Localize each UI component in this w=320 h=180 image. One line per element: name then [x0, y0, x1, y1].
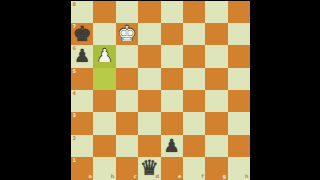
- square-h3[interactable]: [228, 112, 250, 134]
- square-b3[interactable]: [93, 112, 115, 134]
- square-f8[interactable]: [183, 1, 205, 23]
- square-g6[interactable]: [205, 45, 227, 67]
- square-f4[interactable]: [183, 90, 205, 112]
- file-label-b: b: [111, 174, 115, 179]
- square-d4[interactable]: [138, 90, 160, 112]
- file-label-c: c: [134, 174, 137, 179]
- square-f3[interactable]: [183, 112, 205, 134]
- square-e3[interactable]: [161, 112, 183, 134]
- file-label-a: a: [89, 174, 92, 179]
- square-b6[interactable]: ♟: [93, 45, 115, 67]
- rank-label-4: 4: [73, 91, 76, 96]
- square-b2[interactable]: [93, 135, 115, 157]
- rank-label-2: 2: [73, 136, 76, 141]
- square-g4[interactable]: [205, 90, 227, 112]
- square-h4[interactable]: [228, 90, 250, 112]
- square-f7[interactable]: [183, 23, 205, 45]
- square-g3[interactable]: [205, 112, 227, 134]
- square-a8[interactable]: 8: [71, 1, 93, 23]
- square-b8[interactable]: [93, 1, 115, 23]
- square-c2[interactable]: [116, 135, 138, 157]
- black-pawn-e2[interactable]: ♟: [164, 136, 180, 154]
- rank-label-5: 5: [73, 69, 76, 74]
- white-pawn-b6[interactable]: ♟: [96, 47, 112, 65]
- square-h1[interactable]: h: [228, 157, 250, 179]
- square-b4[interactable]: [93, 90, 115, 112]
- square-c1[interactable]: c: [116, 157, 138, 179]
- square-a4[interactable]: 4: [71, 90, 93, 112]
- chess-board: 87♚♚6♟♟5432♟1abcd♛efgh: [71, 1, 250, 180]
- square-h5[interactable]: [228, 68, 250, 90]
- square-a2[interactable]: 2: [71, 135, 93, 157]
- file-label-e: e: [178, 174, 181, 179]
- square-c6[interactable]: [116, 45, 138, 67]
- file-label-h: h: [245, 174, 249, 179]
- video-frame: 87♚♚6♟♟5432♟1abcd♛efgh: [0, 0, 320, 180]
- rank-label-1: 1: [73, 158, 76, 163]
- square-a7[interactable]: 7♚: [71, 23, 93, 45]
- square-d6[interactable]: [138, 45, 160, 67]
- square-h2[interactable]: [228, 135, 250, 157]
- square-e7[interactable]: [161, 23, 183, 45]
- square-f1[interactable]: f: [183, 157, 205, 179]
- square-c4[interactable]: [116, 90, 138, 112]
- rank-label-7: 7: [73, 24, 76, 29]
- file-label-d: d: [155, 174, 159, 179]
- square-c3[interactable]: [116, 112, 138, 134]
- square-d5[interactable]: [138, 68, 160, 90]
- square-f5[interactable]: [183, 68, 205, 90]
- square-g7[interactable]: [205, 23, 227, 45]
- square-b7[interactable]: [93, 23, 115, 45]
- square-h8[interactable]: [228, 1, 250, 23]
- square-b5[interactable]: [93, 68, 115, 90]
- square-c7[interactable]: ♚: [116, 23, 138, 45]
- square-e4[interactable]: [161, 90, 183, 112]
- square-d2[interactable]: [138, 135, 160, 157]
- rank-label-3: 3: [73, 113, 76, 118]
- black-pawn-a6[interactable]: ♟: [74, 47, 90, 65]
- square-d1[interactable]: d♛: [138, 157, 160, 179]
- square-c8[interactable]: [116, 1, 138, 23]
- square-d8[interactable]: [138, 1, 160, 23]
- square-e6[interactable]: [161, 45, 183, 67]
- square-a3[interactable]: 3: [71, 112, 93, 134]
- square-e2[interactable]: ♟: [161, 135, 183, 157]
- square-e5[interactable]: [161, 68, 183, 90]
- square-a6[interactable]: 6♟: [71, 45, 93, 67]
- rank-label-6: 6: [73, 46, 76, 51]
- square-g8[interactable]: [205, 1, 227, 23]
- square-d7[interactable]: [138, 23, 160, 45]
- square-a1[interactable]: 1a: [71, 157, 93, 179]
- square-c5[interactable]: [116, 68, 138, 90]
- rank-label-8: 8: [73, 2, 76, 7]
- square-d3[interactable]: [138, 112, 160, 134]
- square-f2[interactable]: [183, 135, 205, 157]
- square-g1[interactable]: g: [205, 157, 227, 179]
- square-f6[interactable]: [183, 45, 205, 67]
- square-e8[interactable]: [161, 1, 183, 23]
- square-g2[interactable]: [205, 135, 227, 157]
- square-a5[interactable]: 5: [71, 68, 93, 90]
- white-king-c7[interactable]: ♚: [118, 23, 137, 44]
- square-b1[interactable]: b: [93, 157, 115, 179]
- square-e1[interactable]: e: [161, 157, 183, 179]
- file-label-g: g: [223, 174, 227, 179]
- square-h7[interactable]: [228, 23, 250, 45]
- file-label-f: f: [202, 174, 204, 179]
- square-g5[interactable]: [205, 68, 227, 90]
- square-h6[interactable]: [228, 45, 250, 67]
